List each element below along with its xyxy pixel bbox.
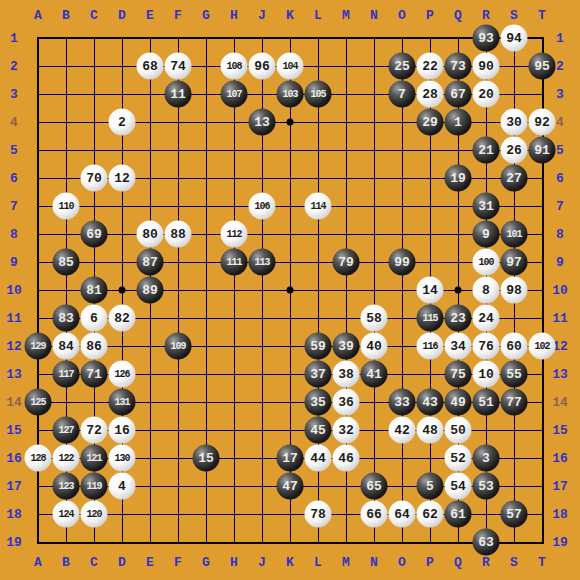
col-label-top-P: P — [426, 9, 434, 22]
stone-number: 10 — [478, 368, 494, 381]
stone-number: 81 — [86, 284, 102, 297]
row-label-left-17: 17 — [6, 480, 22, 493]
stone-white-move-94[interactable]: 94 — [501, 25, 528, 52]
star-point-K10 — [287, 287, 294, 294]
stone-number: 92 — [534, 116, 550, 129]
stone-number: 91 — [534, 144, 550, 157]
stone-number: 11 — [170, 88, 186, 101]
row-label-right-7: 7 — [556, 200, 564, 213]
col-label-bottom-T: T — [538, 556, 546, 569]
stone-white-move-8[interactable]: 8 — [473, 277, 500, 304]
stone-number: 99 — [394, 256, 410, 269]
stone-number: 45 — [310, 424, 326, 437]
stone-black-move-61[interactable]: 61 — [445, 501, 472, 528]
stone-white-move-10[interactable]: 10 — [473, 361, 500, 388]
stone-black-move-11[interactable]: 11 — [165, 81, 192, 108]
stone-number: 4 — [118, 480, 126, 493]
row-label-left-16: 16 — [6, 452, 22, 465]
stone-white-move-112[interactable]: 112 — [221, 221, 248, 248]
col-label-bottom-P: P — [426, 556, 434, 569]
stone-number: 50 — [450, 424, 466, 437]
stone-number: 104 — [282, 61, 297, 71]
stone-number: 95 — [534, 60, 550, 73]
col-label-bottom-G: G — [202, 556, 210, 569]
stone-black-move-73[interactable]: 73 — [445, 53, 472, 80]
stone-black-move-119[interactable]: 119 — [81, 473, 108, 500]
row-label-right-15: 15 — [552, 424, 568, 437]
stone-number: 113 — [254, 257, 269, 267]
row-label-right-8: 8 — [556, 228, 564, 241]
stone-number: 130 — [114, 453, 129, 463]
stone-number: 60 — [506, 340, 522, 353]
star-point-Q10 — [455, 287, 462, 294]
stone-white-move-110[interactable]: 110 — [53, 193, 80, 220]
row-label-left-2: 2 — [10, 60, 18, 73]
stone-number: 5 — [426, 480, 434, 493]
stone-white-move-44[interactable]: 44 — [305, 445, 332, 472]
row-label-left-18: 18 — [6, 508, 22, 521]
stone-number: 86 — [86, 340, 102, 353]
col-label-top-L: L — [314, 9, 322, 22]
stone-black-move-15[interactable]: 15 — [193, 445, 220, 472]
stone-white-move-124[interactable]: 124 — [53, 501, 80, 528]
stone-black-move-65[interactable]: 65 — [361, 473, 388, 500]
stone-number: 131 — [114, 397, 129, 407]
stone-white-move-116[interactable]: 116 — [417, 333, 444, 360]
stone-white-move-50[interactable]: 50 — [445, 417, 472, 444]
stone-black-move-121[interactable]: 121 — [81, 445, 108, 472]
stone-black-move-129[interactable]: 129 — [25, 333, 52, 360]
stone-number: 44 — [310, 452, 326, 465]
stone-number: 125 — [30, 397, 45, 407]
stone-white-move-64[interactable]: 64 — [389, 501, 416, 528]
stone-black-move-115[interactable]: 115 — [417, 305, 444, 332]
row-label-left-8: 8 — [10, 228, 18, 241]
stone-number: 126 — [114, 369, 129, 379]
stone-white-move-52[interactable]: 52 — [445, 445, 472, 472]
stone-black-move-123[interactable]: 123 — [53, 473, 80, 500]
stone-number: 33 — [394, 396, 410, 409]
stone-white-move-14[interactable]: 14 — [417, 277, 444, 304]
stone-number: 46 — [338, 452, 354, 465]
col-label-top-R: R — [482, 9, 490, 22]
stone-number: 80 — [142, 228, 158, 241]
stone-white-move-62[interactable]: 62 — [417, 501, 444, 528]
stone-white-move-128[interactable]: 128 — [25, 445, 52, 472]
stone-number: 9 — [482, 228, 490, 241]
stone-number: 105 — [310, 89, 325, 99]
stone-number: 20 — [478, 88, 494, 101]
stone-white-move-126[interactable]: 126 — [109, 361, 136, 388]
stone-black-move-33[interactable]: 33 — [389, 389, 416, 416]
stone-number: 51 — [478, 396, 494, 409]
stone-number: 94 — [506, 32, 522, 45]
stone-white-move-46[interactable]: 46 — [333, 445, 360, 472]
stone-black-move-53[interactable]: 53 — [473, 473, 500, 500]
stone-number: 110 — [58, 201, 73, 211]
col-label-top-T: T — [538, 9, 546, 22]
stone-white-move-32[interactable]: 32 — [333, 417, 360, 444]
stone-number: 103 — [282, 89, 297, 99]
stone-number: 100 — [478, 257, 493, 267]
stone-number: 35 — [310, 396, 326, 409]
stone-number: 75 — [450, 368, 466, 381]
stone-white-move-114[interactable]: 114 — [305, 193, 332, 220]
stone-black-move-29[interactable]: 29 — [417, 109, 444, 136]
stone-black-move-19[interactable]: 19 — [445, 165, 472, 192]
stone-number: 120 — [86, 509, 101, 519]
stone-black-move-27[interactable]: 27 — [501, 165, 528, 192]
col-label-bottom-O: O — [398, 556, 406, 569]
stone-black-move-39[interactable]: 39 — [333, 333, 360, 360]
stone-black-move-109[interactable]: 109 — [165, 333, 192, 360]
star-point-K4 — [287, 119, 294, 126]
stone-black-move-93[interactable]: 93 — [473, 25, 500, 52]
stone-number: 61 — [450, 508, 466, 521]
stone-white-move-70[interactable]: 70 — [81, 165, 108, 192]
row-label-left-11: 11 — [6, 312, 22, 325]
stone-number: 24 — [478, 312, 494, 325]
star-point-D10 — [119, 287, 126, 294]
stone-black-move-31[interactable]: 31 — [473, 193, 500, 220]
row-label-right-4: 4 — [556, 116, 564, 129]
stone-white-move-54[interactable]: 54 — [445, 473, 472, 500]
stone-white-move-96[interactable]: 96 — [249, 53, 276, 80]
stone-black-move-99[interactable]: 99 — [389, 249, 416, 276]
stone-number: 89 — [142, 284, 158, 297]
col-label-bottom-R: R — [482, 556, 490, 569]
col-label-top-B: B — [62, 9, 70, 22]
stone-black-move-75[interactable]: 75 — [445, 361, 472, 388]
col-label-bottom-J: J — [258, 556, 266, 569]
stone-black-move-127[interactable]: 127 — [53, 417, 80, 444]
stone-number: 30 — [506, 116, 522, 129]
stone-number: 8 — [482, 284, 490, 297]
stone-number: 16 — [114, 424, 130, 437]
stone-number: 90 — [478, 60, 494, 73]
stone-black-move-79[interactable]: 79 — [333, 249, 360, 276]
stone-number: 76 — [478, 340, 494, 353]
stone-black-move-59[interactable]: 59 — [305, 333, 332, 360]
stone-number: 53 — [478, 480, 494, 493]
stone-number: 122 — [58, 453, 73, 463]
row-label-right-18: 18 — [552, 508, 568, 521]
stone-black-move-47[interactable]: 47 — [277, 473, 304, 500]
stone-black-move-45[interactable]: 45 — [305, 417, 332, 444]
stone-black-move-83[interactable]: 83 — [53, 305, 80, 332]
stone-white-move-102[interactable]: 102 — [529, 333, 556, 360]
stone-black-move-41[interactable]: 41 — [361, 361, 388, 388]
row-label-left-4: 4 — [10, 116, 18, 129]
stone-black-move-3[interactable]: 3 — [473, 445, 500, 472]
stone-white-move-78[interactable]: 78 — [305, 501, 332, 528]
col-label-bottom-Q: Q — [454, 556, 462, 569]
stone-white-move-28[interactable]: 28 — [417, 81, 444, 108]
stone-number: 31 — [478, 200, 494, 213]
stone-black-move-37[interactable]: 37 — [305, 361, 332, 388]
stone-number: 37 — [310, 368, 326, 381]
stone-number: 47 — [282, 480, 298, 493]
stone-number: 25 — [394, 60, 410, 73]
stone-white-move-120[interactable]: 120 — [81, 501, 108, 528]
stone-number: 71 — [86, 368, 102, 381]
stone-number: 23 — [450, 312, 466, 325]
stone-white-move-86[interactable]: 86 — [81, 333, 108, 360]
stone-white-move-12[interactable]: 12 — [109, 165, 136, 192]
col-label-top-F: F — [174, 9, 182, 22]
stone-black-move-25[interactable]: 25 — [389, 53, 416, 80]
stone-number: 3 — [482, 452, 490, 465]
stone-number: 66 — [366, 508, 382, 521]
stone-black-move-57[interactable]: 57 — [501, 501, 528, 528]
stone-black-move-131[interactable]: 131 — [109, 389, 136, 416]
stone-black-move-89[interactable]: 89 — [137, 277, 164, 304]
stone-number: 27 — [506, 172, 522, 185]
stone-white-move-2[interactable]: 2 — [109, 109, 136, 136]
stone-white-move-100[interactable]: 100 — [473, 249, 500, 276]
stone-black-move-111[interactable]: 111 — [221, 249, 248, 276]
stone-white-move-40[interactable]: 40 — [361, 333, 388, 360]
stone-number: 36 — [338, 396, 354, 409]
stone-white-move-36[interactable]: 36 — [333, 389, 360, 416]
stone-black-move-71[interactable]: 71 — [81, 361, 108, 388]
row-label-left-14: 14 — [6, 396, 22, 409]
col-label-bottom-B: B — [62, 556, 70, 569]
stone-number: 128 — [30, 453, 45, 463]
stone-black-move-69[interactable]: 69 — [81, 221, 108, 248]
stone-white-move-106[interactable]: 106 — [249, 193, 276, 220]
stone-number: 111 — [226, 257, 241, 267]
stone-number: 1 — [454, 116, 462, 129]
stone-black-move-35[interactable]: 35 — [305, 389, 332, 416]
col-label-top-S: S — [510, 9, 518, 22]
stone-white-move-66[interactable]: 66 — [361, 501, 388, 528]
stone-white-move-130[interactable]: 130 — [109, 445, 136, 472]
row-label-left-7: 7 — [10, 200, 18, 213]
col-label-top-C: C — [90, 9, 98, 22]
col-label-bottom-L: L — [314, 556, 322, 569]
col-label-bottom-D: D — [118, 556, 126, 569]
stone-black-move-23[interactable]: 23 — [445, 305, 472, 332]
row-label-left-9: 9 — [10, 256, 18, 269]
stone-white-move-48[interactable]: 48 — [417, 417, 444, 444]
stone-number: 112 — [226, 229, 241, 239]
stone-black-move-13[interactable]: 13 — [249, 109, 276, 136]
stone-black-move-7[interactable]: 7 — [389, 81, 416, 108]
col-label-top-N: N — [370, 9, 378, 22]
stone-white-move-82[interactable]: 82 — [109, 305, 136, 332]
stone-number: 52 — [450, 452, 466, 465]
row-label-left-12: 12 — [6, 340, 22, 353]
row-label-right-19: 19 — [552, 536, 568, 549]
col-label-top-O: O — [398, 9, 406, 22]
col-label-top-J: J — [258, 9, 266, 22]
stone-black-move-55[interactable]: 55 — [501, 361, 528, 388]
stone-white-move-88[interactable]: 88 — [165, 221, 192, 248]
stone-black-move-51[interactable]: 51 — [473, 389, 500, 416]
stone-number: 109 — [170, 341, 185, 351]
stone-white-move-80[interactable]: 80 — [137, 221, 164, 248]
stone-white-move-74[interactable]: 74 — [165, 53, 192, 80]
stone-number: 28 — [422, 88, 438, 101]
stone-white-move-34[interactable]: 34 — [445, 333, 472, 360]
row-label-left-15: 15 — [6, 424, 22, 437]
stone-number: 63 — [478, 536, 494, 549]
col-label-bottom-N: N — [370, 556, 378, 569]
stone-number: 88 — [170, 228, 186, 241]
stone-black-move-1[interactable]: 1 — [445, 109, 472, 136]
stone-number: 68 — [142, 60, 158, 73]
stone-white-move-108[interactable]: 108 — [221, 53, 248, 80]
col-label-top-E: E — [146, 9, 154, 22]
stone-black-move-103[interactable]: 103 — [277, 81, 304, 108]
stone-number: 22 — [422, 60, 438, 73]
stone-black-move-113[interactable]: 113 — [249, 249, 276, 276]
stone-white-move-84[interactable]: 84 — [53, 333, 80, 360]
stone-white-move-72[interactable]: 72 — [81, 417, 108, 444]
stone-black-move-5[interactable]: 5 — [417, 473, 444, 500]
stone-number: 74 — [170, 60, 186, 73]
stone-white-move-22[interactable]: 22 — [417, 53, 444, 80]
stone-white-move-16[interactable]: 16 — [109, 417, 136, 444]
stone-number: 108 — [226, 61, 241, 71]
stone-number: 12 — [114, 172, 130, 185]
stone-number: 87 — [142, 256, 158, 269]
row-label-right-1: 1 — [556, 32, 564, 45]
stone-black-move-107[interactable]: 107 — [221, 81, 248, 108]
stone-white-move-42[interactable]: 42 — [389, 417, 416, 444]
stone-black-move-49[interactable]: 49 — [445, 389, 472, 416]
stone-white-move-98[interactable]: 98 — [501, 277, 528, 304]
stone-number: 101 — [506, 229, 521, 239]
stone-white-move-60[interactable]: 60 — [501, 333, 528, 360]
row-label-right-10: 10 — [552, 284, 568, 297]
row-label-right-6: 6 — [556, 172, 564, 185]
stone-number: 19 — [450, 172, 466, 185]
row-label-right-14: 14 — [552, 396, 568, 409]
stone-number: 41 — [366, 368, 382, 381]
stone-black-move-85[interactable]: 85 — [53, 249, 80, 276]
stone-black-move-21[interactable]: 21 — [473, 137, 500, 164]
stone-number: 7 — [398, 88, 406, 101]
row-label-right-16: 16 — [552, 452, 568, 465]
stone-number: 106 — [254, 201, 269, 211]
stone-white-move-58[interactable]: 58 — [361, 305, 388, 332]
stone-black-move-9[interactable]: 9 — [473, 221, 500, 248]
stone-white-move-24[interactable]: 24 — [473, 305, 500, 332]
stone-black-move-117[interactable]: 117 — [53, 361, 80, 388]
stone-black-move-77[interactable]: 77 — [501, 389, 528, 416]
row-label-left-3: 3 — [10, 88, 18, 101]
stone-number: 64 — [394, 508, 410, 521]
stone-white-move-76[interactable]: 76 — [473, 333, 500, 360]
stone-black-move-101[interactable]: 101 — [501, 221, 528, 248]
row-label-right-17: 17 — [552, 480, 568, 493]
col-label-bottom-S: S — [510, 556, 518, 569]
row-label-left-1: 1 — [10, 32, 18, 45]
col-label-bottom-H: H — [230, 556, 238, 569]
stone-black-move-63[interactable]: 63 — [473, 529, 500, 556]
row-label-left-13: 13 — [6, 368, 22, 381]
stone-white-move-104[interactable]: 104 — [277, 53, 304, 80]
row-label-right-5: 5 — [556, 144, 564, 157]
goban[interactable]: AABBCCDDEEFFGGHHJJKKLLMMNNOOPPQQRRSSTT11… — [0, 0, 580, 580]
stone-number: 55 — [506, 368, 522, 381]
stone-black-move-17[interactable]: 17 — [277, 445, 304, 472]
row-label-right-11: 11 — [552, 312, 568, 325]
stone-number: 96 — [254, 60, 270, 73]
col-label-top-K: K — [286, 9, 294, 22]
stone-black-move-81[interactable]: 81 — [81, 277, 108, 304]
stone-number: 48 — [422, 424, 438, 437]
stone-number: 14 — [422, 284, 438, 297]
col-label-top-G: G — [202, 9, 210, 22]
row-label-right-9: 9 — [556, 256, 564, 269]
stone-number: 32 — [338, 424, 354, 437]
stone-white-move-30[interactable]: 30 — [501, 109, 528, 136]
stone-black-move-125[interactable]: 125 — [25, 389, 52, 416]
stone-number: 77 — [506, 396, 522, 409]
col-label-top-Q: Q — [454, 9, 462, 22]
stone-number: 70 — [86, 172, 102, 185]
col-label-bottom-E: E — [146, 556, 154, 569]
stone-number: 83 — [58, 312, 74, 325]
stone-number: 26 — [506, 144, 522, 157]
stone-number: 42 — [394, 424, 410, 437]
row-label-left-6: 6 — [10, 172, 18, 185]
stone-white-move-90[interactable]: 90 — [473, 53, 500, 80]
stone-number: 114 — [310, 201, 325, 211]
stone-white-move-92[interactable]: 92 — [529, 109, 556, 136]
stone-number: 13 — [254, 116, 270, 129]
stone-number: 93 — [478, 32, 494, 45]
stone-white-move-68[interactable]: 68 — [137, 53, 164, 80]
stone-white-move-4[interactable]: 4 — [109, 473, 136, 500]
stone-number: 78 — [310, 508, 326, 521]
stone-black-move-95[interactable]: 95 — [529, 53, 556, 80]
stone-number: 115 — [422, 313, 437, 323]
stone-number: 98 — [506, 284, 522, 297]
stone-white-move-122[interactable]: 122 — [53, 445, 80, 472]
stone-black-move-91[interactable]: 91 — [529, 137, 556, 164]
stone-black-move-43[interactable]: 43 — [417, 389, 444, 416]
stone-number: 117 — [58, 369, 73, 379]
stone-white-move-38[interactable]: 38 — [333, 361, 360, 388]
stone-number: 121 — [86, 453, 101, 463]
stone-black-move-67[interactable]: 67 — [445, 81, 472, 108]
row-label-right-2: 2 — [556, 60, 564, 73]
col-label-top-M: M — [342, 9, 350, 22]
col-label-bottom-C: C — [90, 556, 98, 569]
col-label-bottom-A: A — [34, 556, 42, 569]
row-label-left-19: 19 — [6, 536, 22, 549]
stone-white-move-6[interactable]: 6 — [81, 305, 108, 332]
stone-number: 123 — [58, 481, 73, 491]
stone-number: 39 — [338, 340, 354, 353]
stone-white-move-26[interactable]: 26 — [501, 137, 528, 164]
stone-white-move-20[interactable]: 20 — [473, 81, 500, 108]
stone-black-move-105[interactable]: 105 — [305, 81, 332, 108]
stone-number: 34 — [450, 340, 466, 353]
stone-number: 17 — [282, 452, 298, 465]
stone-black-move-87[interactable]: 87 — [137, 249, 164, 276]
stone-number: 29 — [422, 116, 438, 129]
stone-number: 82 — [114, 312, 130, 325]
stone-number: 85 — [58, 256, 74, 269]
stone-number: 15 — [198, 452, 214, 465]
stone-number: 62 — [422, 508, 438, 521]
stone-black-move-97[interactable]: 97 — [501, 249, 528, 276]
